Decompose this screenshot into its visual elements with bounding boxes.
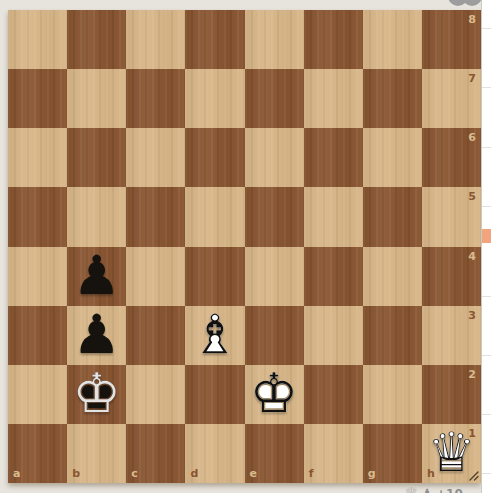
square-h1[interactable]: h1♛♕ (422, 424, 481, 483)
square-b3[interactable]: ♟ (67, 306, 126, 365)
sidebar-row-divider (482, 473, 491, 474)
square-h7[interactable]: 7 (422, 69, 481, 128)
square-b1[interactable]: b (67, 424, 126, 483)
sidebar-row-divider (482, 296, 491, 297)
file-label-g: g (368, 468, 376, 479)
sidebar-row-divider (482, 355, 491, 356)
file-label-c: c (131, 468, 138, 479)
square-g6[interactable] (363, 128, 422, 187)
file-label-d: d (190, 468, 198, 479)
square-g3[interactable] (363, 306, 422, 365)
square-d6[interactable] (185, 128, 244, 187)
square-a6[interactable] (8, 128, 67, 187)
square-d3[interactable]: ♝♗ (185, 306, 244, 365)
sidebar-row-divider (482, 147, 491, 148)
square-e6[interactable] (245, 128, 304, 187)
square-c8[interactable] (126, 10, 185, 69)
square-d8[interactable] (185, 10, 244, 69)
square-c6[interactable] (126, 128, 185, 187)
square-g5[interactable] (363, 187, 422, 246)
rank-label-6: 6 (468, 132, 476, 143)
square-h2[interactable]: 2 (422, 365, 481, 424)
chess-board: 8765♟4♟♝♗3♚♔♚♔2abcdefgh1♛♕ (8, 10, 481, 483)
square-b7[interactable] (67, 69, 126, 128)
square-f7[interactable] (304, 69, 363, 128)
square-e5[interactable] (245, 187, 304, 246)
square-b2[interactable]: ♚♔ (67, 365, 126, 424)
move-list-sidebar[interactable] (481, 0, 491, 493)
rank-label-2: 2 (468, 369, 476, 380)
square-f5[interactable] (304, 187, 363, 246)
piece-black-king[interactable]: ♚♔ (67, 365, 126, 424)
square-d4[interactable] (185, 247, 244, 306)
material-advantage: ♕ ♟ +10 (404, 486, 463, 493)
square-f6[interactable] (304, 128, 363, 187)
piece-white-king[interactable]: ♚♔ (245, 365, 304, 424)
square-b6[interactable] (67, 128, 126, 187)
rank-label-8: 8 (468, 14, 476, 25)
captured-pawn-icon: ♟ (421, 487, 433, 493)
square-f1[interactable]: f (304, 424, 363, 483)
square-b8[interactable] (67, 10, 126, 69)
captured-queen-icon: ♕ (404, 486, 418, 493)
square-d5[interactable] (185, 187, 244, 246)
square-e3[interactable] (245, 306, 304, 365)
square-a5[interactable] (8, 187, 67, 246)
square-c5[interactable] (126, 187, 185, 246)
rank-label-3: 3 (468, 310, 476, 321)
square-c2[interactable] (126, 365, 185, 424)
square-a3[interactable] (8, 306, 67, 365)
square-h3[interactable]: 3 (422, 306, 481, 365)
square-a1[interactable]: a (8, 424, 67, 483)
square-e1[interactable]: e (245, 424, 304, 483)
square-d1[interactable]: d (185, 424, 244, 483)
sidebar-row-divider (482, 414, 491, 415)
square-h4[interactable]: 4 (422, 247, 481, 306)
square-e2[interactable]: ♚♔ (245, 365, 304, 424)
piece-white-bishop[interactable]: ♝♗ (185, 306, 244, 365)
square-g2[interactable] (363, 365, 422, 424)
square-f8[interactable] (304, 10, 363, 69)
app-window: 8765♟4♟♝♗3♚♔♚♔2abcdefgh1♛♕ ♕ ♟ +10 (0, 0, 491, 493)
square-a4[interactable] (8, 247, 67, 306)
square-c7[interactable] (126, 69, 185, 128)
square-g4[interactable] (363, 247, 422, 306)
square-f4[interactable] (304, 247, 363, 306)
square-e7[interactable] (245, 69, 304, 128)
square-e8[interactable] (245, 10, 304, 69)
square-d2[interactable] (185, 365, 244, 424)
piece-black-pawn[interactable]: ♟ (67, 247, 126, 306)
material-advantage-value: +10 (436, 488, 463, 493)
piece-black-pawn[interactable]: ♟ (67, 306, 126, 365)
file-label-e: e (250, 468, 257, 479)
square-f2[interactable] (304, 365, 363, 424)
sidebar-row-divider (482, 87, 491, 88)
square-f3[interactable] (304, 306, 363, 365)
square-a2[interactable] (8, 365, 67, 424)
sidebar-row-divider (482, 206, 491, 207)
file-label-f: f (309, 468, 314, 479)
file-label-b: b (72, 468, 80, 479)
rank-label-7: 7 (468, 73, 476, 84)
square-e4[interactable] (245, 247, 304, 306)
square-h8[interactable]: 8 (422, 10, 481, 69)
square-c3[interactable] (126, 306, 185, 365)
square-h6[interactable]: 6 (422, 128, 481, 187)
square-g7[interactable] (363, 69, 422, 128)
rank-label-4: 4 (468, 251, 476, 262)
square-a7[interactable] (8, 69, 67, 128)
square-h5[interactable]: 5 (422, 187, 481, 246)
sidebar-current-move-highlight[interactable] (482, 229, 491, 243)
square-g8[interactable] (363, 10, 422, 69)
rank-label-5: 5 (468, 191, 476, 202)
square-b5[interactable] (67, 187, 126, 246)
file-label-a: a (13, 468, 20, 479)
square-b4[interactable]: ♟ (67, 247, 126, 306)
square-c4[interactable] (126, 247, 185, 306)
peaks-icon[interactable] (448, 0, 484, 8)
square-a8[interactable] (8, 10, 67, 69)
sidebar-row-divider (482, 28, 491, 29)
square-g1[interactable]: g (363, 424, 422, 483)
board-resize-handle-icon[interactable] (467, 469, 479, 481)
square-c1[interactable]: c (126, 424, 185, 483)
square-d7[interactable] (185, 69, 244, 128)
